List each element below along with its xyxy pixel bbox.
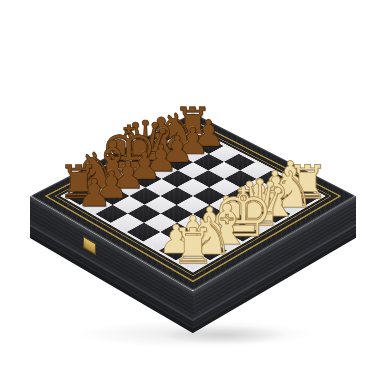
case-drop-shadow-near [140,322,310,348]
brass-latch-plate [86,240,94,252]
brass-latch [83,236,96,256]
product-photo-stage: ♜♞♟♝♟♛♟♚♟♝♟♞♟♟♜♟♟♜♟♟♞♟♝♟♛♟♚♟♝♟♞♜ [0,0,380,380]
